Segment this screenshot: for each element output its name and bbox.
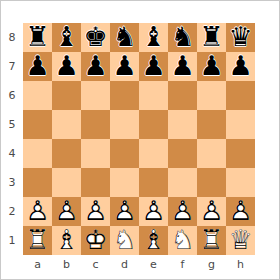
- square-g1[interactable]: ♜♖: [197, 226, 226, 255]
- square-g3[interactable]: [197, 168, 226, 197]
- square-h7[interactable]: ♟: [226, 52, 255, 81]
- file-label-f: f: [168, 255, 197, 274]
- file-label-h: h: [226, 255, 255, 274]
- square-b2[interactable]: ♟♙: [52, 197, 81, 226]
- square-c6[interactable]: [81, 81, 110, 110]
- black-pawn-icon: ♟: [110, 52, 139, 81]
- black-pawn-icon: ♟: [197, 52, 226, 81]
- square-f7[interactable]: ♟: [168, 52, 197, 81]
- square-g6[interactable]: [197, 81, 226, 110]
- file-labels: abcdefgh: [23, 255, 255, 274]
- square-h8[interactable]: ♛: [226, 23, 255, 52]
- black-king-icon: ♚: [81, 23, 110, 52]
- square-e7[interactable]: ♟: [139, 52, 168, 81]
- black-queen-icon: ♛: [226, 23, 255, 52]
- square-c3[interactable]: [81, 168, 110, 197]
- black-pawn-icon: ♟: [23, 52, 52, 81]
- square-b4[interactable]: [52, 139, 81, 168]
- square-c2[interactable]: ♟♙: [81, 197, 110, 226]
- square-g5[interactable]: [197, 110, 226, 139]
- square-a2[interactable]: ♟♙: [23, 197, 52, 226]
- black-pawn-icon: ♟: [81, 52, 110, 81]
- square-f6[interactable]: [168, 81, 197, 110]
- black-rook-icon: ♜: [197, 23, 226, 52]
- file-label-a: a: [23, 255, 52, 274]
- square-g4[interactable]: [197, 139, 226, 168]
- square-b1[interactable]: ♝♗: [52, 226, 81, 255]
- file-label-b: b: [52, 255, 81, 274]
- white-rook-icon: ♜♖: [197, 226, 226, 255]
- square-a4[interactable]: [23, 139, 52, 168]
- black-knight-icon: ♞: [168, 23, 197, 52]
- black-pawn-icon: ♟: [168, 52, 197, 81]
- square-f1[interactable]: ♞♘: [168, 226, 197, 255]
- square-h5[interactable]: [226, 110, 255, 139]
- square-f3[interactable]: [168, 168, 197, 197]
- square-a8[interactable]: ♜: [23, 23, 52, 52]
- white-king-icon: ♚♔: [81, 226, 110, 255]
- square-d6[interactable]: [110, 81, 139, 110]
- square-d7[interactable]: ♟: [110, 52, 139, 81]
- rank-label-7: 7: [1, 52, 23, 81]
- square-e1[interactable]: ♝♗: [139, 226, 168, 255]
- board: ♜♝♚♞♝♞♜♛♟♟♟♟♟♟♟♟♟♙♟♙♟♙♟♙♟♙♟♙♟♙♟♙♜♖♝♗♚♔♞♘…: [23, 23, 255, 255]
- square-d2[interactable]: ♟♙: [110, 197, 139, 226]
- square-a3[interactable]: [23, 168, 52, 197]
- white-pawn-icon: ♟♙: [81, 197, 110, 226]
- file-label-d: d: [110, 255, 139, 274]
- white-pawn-icon: ♟♙: [168, 197, 197, 226]
- black-pawn-icon: ♟: [52, 52, 81, 81]
- black-pawn-icon: ♟: [139, 52, 168, 81]
- white-bishop-icon: ♝♗: [139, 226, 168, 255]
- white-rook-icon: ♜♖: [23, 226, 52, 255]
- black-pawn-icon: ♟: [226, 52, 255, 81]
- square-d3[interactable]: [110, 168, 139, 197]
- square-b5[interactable]: [52, 110, 81, 139]
- square-b6[interactable]: [52, 81, 81, 110]
- square-e5[interactable]: [139, 110, 168, 139]
- square-g7[interactable]: ♟: [197, 52, 226, 81]
- square-d5[interactable]: [110, 110, 139, 139]
- white-pawn-icon: ♟♙: [197, 197, 226, 226]
- rank-label-8: 8: [1, 23, 23, 52]
- square-a6[interactable]: [23, 81, 52, 110]
- black-rook-icon: ♜: [23, 23, 52, 52]
- square-e3[interactable]: [139, 168, 168, 197]
- white-knight-icon: ♞♘: [110, 226, 139, 255]
- file-label-e: e: [139, 255, 168, 274]
- square-f2[interactable]: ♟♙: [168, 197, 197, 226]
- file-label-g: g: [197, 255, 226, 274]
- square-d8[interactable]: ♞: [110, 23, 139, 52]
- square-e6[interactable]: [139, 81, 168, 110]
- square-f4[interactable]: [168, 139, 197, 168]
- black-bishop-icon: ♝: [139, 23, 168, 52]
- rank-label-1: 1: [1, 226, 23, 255]
- square-g8[interactable]: ♜: [197, 23, 226, 52]
- square-d4[interactable]: [110, 139, 139, 168]
- square-c1[interactable]: ♚♔: [81, 226, 110, 255]
- white-queen-icon: ♛♕: [226, 226, 255, 255]
- white-pawn-icon: ♟♙: [139, 197, 168, 226]
- square-c5[interactable]: [81, 110, 110, 139]
- white-bishop-icon: ♝♗: [52, 226, 81, 255]
- white-pawn-icon: ♟♙: [110, 197, 139, 226]
- square-h1[interactable]: ♛♕: [226, 226, 255, 255]
- rank-labels: 87654321: [1, 23, 23, 255]
- file-label-c: c: [81, 255, 110, 274]
- square-h3[interactable]: [226, 168, 255, 197]
- rank-label-3: 3: [1, 168, 23, 197]
- white-pawn-icon: ♟♙: [52, 197, 81, 226]
- square-e2[interactable]: ♟♙: [139, 197, 168, 226]
- square-c7[interactable]: ♟: [81, 52, 110, 81]
- square-h6[interactable]: [226, 81, 255, 110]
- square-a7[interactable]: ♟: [23, 52, 52, 81]
- square-h2[interactable]: ♟♙: [226, 197, 255, 226]
- square-d1[interactable]: ♞♘: [110, 226, 139, 255]
- square-b3[interactable]: [52, 168, 81, 197]
- rank-label-2: 2: [1, 197, 23, 226]
- square-c4[interactable]: [81, 139, 110, 168]
- square-a1[interactable]: ♜♖: [23, 226, 52, 255]
- chess-diagram: 87654321 ♜♝♚♞♝♞♜♛♟♟♟♟♟♟♟♟♟♙♟♙♟♙♟♙♟♙♟♙♟♙♟…: [0, 0, 280, 280]
- square-f5[interactable]: [168, 110, 197, 139]
- square-g2[interactable]: ♟♙: [197, 197, 226, 226]
- square-e8[interactable]: ♝: [139, 23, 168, 52]
- square-h4[interactable]: [226, 139, 255, 168]
- black-knight-icon: ♞: [110, 23, 139, 52]
- square-a5[interactable]: [23, 110, 52, 139]
- black-bishop-icon: ♝: [52, 23, 81, 52]
- white-pawn-icon: ♟♙: [23, 197, 52, 226]
- white-knight-icon: ♞♘: [168, 226, 197, 255]
- rank-label-4: 4: [1, 139, 23, 168]
- square-f8[interactable]: ♞: [168, 23, 197, 52]
- square-c8[interactable]: ♚: [81, 23, 110, 52]
- white-pawn-icon: ♟♙: [226, 197, 255, 226]
- rank-label-5: 5: [1, 110, 23, 139]
- square-b7[interactable]: ♟: [52, 52, 81, 81]
- rank-label-6: 6: [1, 81, 23, 110]
- square-b8[interactable]: ♝: [52, 23, 81, 52]
- square-e4[interactable]: [139, 139, 168, 168]
